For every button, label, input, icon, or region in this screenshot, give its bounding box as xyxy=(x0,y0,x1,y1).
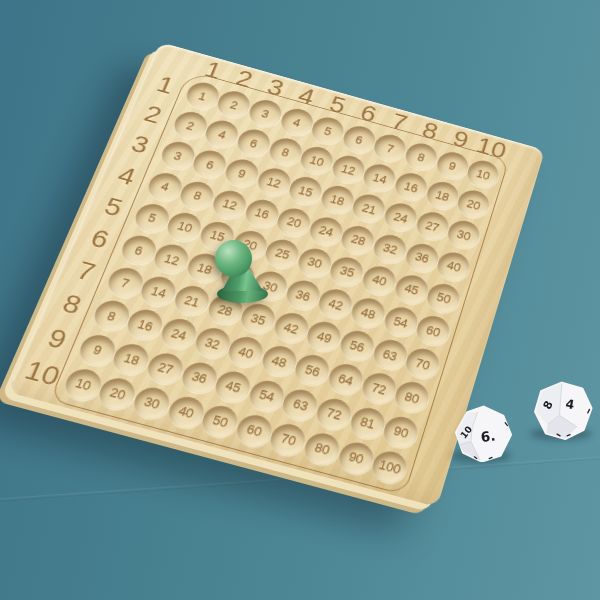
row-header-8: 8 xyxy=(58,289,86,321)
cell-value: 32 xyxy=(203,335,222,352)
cell-value: 40 xyxy=(445,258,462,274)
row-header-9: 9 xyxy=(43,323,71,356)
cell-value: 8 xyxy=(280,145,291,159)
cell-value: 10 xyxy=(475,166,491,181)
cell-value: 63 xyxy=(381,346,399,363)
cell-value: 50 xyxy=(211,413,230,431)
die-left[interactable]: 10 6. xyxy=(455,405,512,462)
cell-value: 3 xyxy=(172,149,184,163)
cell-value: 16 xyxy=(253,205,271,221)
cell-value: 35 xyxy=(249,310,267,327)
cell-value: 40 xyxy=(371,272,389,288)
cell-value: 3 xyxy=(260,107,271,120)
cell-value: 54 xyxy=(392,313,410,330)
cell-value: 4 xyxy=(291,115,302,128)
cell-value: 30 xyxy=(142,394,162,412)
cell-value: 9 xyxy=(447,159,457,173)
row-header-5: 5 xyxy=(100,192,127,223)
cell-value: 6 xyxy=(204,158,215,172)
cell-value: 12 xyxy=(162,251,181,267)
cell-value: 42 xyxy=(327,296,345,313)
cell-value: 48 xyxy=(270,353,289,370)
cell-value: 1 xyxy=(197,89,208,102)
peg-head xyxy=(215,240,252,277)
cell-value: 16 xyxy=(136,317,155,334)
cell-value: 21 xyxy=(183,292,202,309)
cell-value: 27 xyxy=(424,218,441,234)
cell-value: 24 xyxy=(317,223,335,239)
cell-value: 45 xyxy=(403,281,420,297)
cell-value: 63 xyxy=(291,396,310,413)
cell-value: 42 xyxy=(282,319,300,336)
cell-value: 21 xyxy=(360,201,377,217)
cell-value: 2 xyxy=(185,119,196,133)
cell-value: 24 xyxy=(169,326,188,343)
cell-value: 7 xyxy=(119,275,131,290)
row-header-3: 3 xyxy=(127,130,153,160)
cell-value: 50 xyxy=(435,290,452,306)
cell-value: 72 xyxy=(370,380,388,397)
cell-value: 48 xyxy=(359,305,377,322)
cell-value: 60 xyxy=(245,422,264,440)
row-header-7: 7 xyxy=(72,256,99,288)
cell-value: 35 xyxy=(338,263,356,279)
green-peg[interactable] xyxy=(213,240,271,303)
cell-value: 2 xyxy=(229,98,240,111)
cell-value: 5 xyxy=(323,124,334,137)
cell-value: 12 xyxy=(221,196,239,212)
cell-value: 32 xyxy=(381,241,398,257)
cell-value: 4 xyxy=(159,180,171,194)
d10-die-icon: 10 6. xyxy=(455,405,512,462)
cell-value: 14 xyxy=(149,283,168,300)
cell-value: 8 xyxy=(192,188,204,202)
cell-value: 24 xyxy=(392,210,409,226)
cell-value: 18 xyxy=(329,192,346,208)
cell-value: 36 xyxy=(294,287,312,303)
cell-value: 27 xyxy=(156,360,175,377)
cell-value: 90 xyxy=(347,449,366,467)
cell-value: 80 xyxy=(403,389,421,406)
cell-value: 45 xyxy=(224,378,243,395)
row-header-6: 6 xyxy=(86,224,113,255)
cell-value: 30 xyxy=(306,255,324,271)
cell-value: 10 xyxy=(73,376,93,394)
cell-value: 30 xyxy=(455,227,472,243)
cell-value: 49 xyxy=(315,328,333,345)
row-header-4: 4 xyxy=(114,161,140,191)
cell-value: 18 xyxy=(122,350,141,367)
cell-value: 5 xyxy=(146,211,158,225)
cell-value: 10 xyxy=(308,153,325,168)
cell-value: 7 xyxy=(385,141,396,154)
cell-value: 40 xyxy=(236,344,255,361)
cell-value: 18 xyxy=(434,188,451,204)
cell-value: 9 xyxy=(236,166,247,180)
cell-value: 36 xyxy=(190,369,209,386)
row-header-1: 1 xyxy=(153,71,178,100)
cell-value: 9 xyxy=(91,342,104,357)
cell-value: 70 xyxy=(279,431,298,449)
cell-value: 8 xyxy=(416,150,426,163)
cell-value: 20 xyxy=(108,385,128,403)
cell-value: 40 xyxy=(176,403,195,421)
cell-value: 28 xyxy=(216,301,235,318)
table-background: 12345678910 12345678910 1234567891024681… xyxy=(0,0,600,600)
d10-die-icon: 8 4 xyxy=(532,381,594,440)
row-header-10: 10 xyxy=(20,355,64,393)
cell-value: 80 xyxy=(313,440,332,458)
cell-value: 6 xyxy=(354,133,365,146)
cell-value: 54 xyxy=(257,387,276,404)
cell-value: 90 xyxy=(392,423,410,440)
row-header-2: 2 xyxy=(140,100,165,129)
cell-value: 4 xyxy=(216,127,227,141)
cell-value: 64 xyxy=(337,371,355,388)
cell-value: 6 xyxy=(248,136,259,150)
cell-value: 25 xyxy=(273,246,291,262)
cell-value: 14 xyxy=(371,170,388,185)
cell-value: 12 xyxy=(265,174,283,190)
cell-value: 72 xyxy=(325,405,343,422)
cell-value: 15 xyxy=(297,183,315,199)
cell-value: 60 xyxy=(425,322,442,339)
cell-value: 12 xyxy=(340,162,357,177)
hole: 30 xyxy=(445,218,483,252)
cell-value: 56 xyxy=(348,337,366,354)
cell-value: 70 xyxy=(414,355,432,372)
cell-value: 8 xyxy=(105,308,117,323)
cell-value: 6 xyxy=(133,243,145,258)
cell-value: 28 xyxy=(349,232,367,248)
cell-value: 100 xyxy=(377,457,402,477)
cell-value: 20 xyxy=(465,196,482,212)
hole: 20 xyxy=(455,187,493,221)
cell-value: 16 xyxy=(403,179,420,195)
cell-value: 18 xyxy=(195,260,214,276)
die-right[interactable]: 8 4 xyxy=(532,381,594,440)
cell-value: 81 xyxy=(358,414,376,431)
cell-value: 20 xyxy=(285,214,303,230)
cell-value: 36 xyxy=(413,249,430,265)
cell-value: 10 xyxy=(176,219,194,235)
cell-value: 56 xyxy=(303,362,321,379)
die-left-face-6: 6. xyxy=(480,428,496,445)
